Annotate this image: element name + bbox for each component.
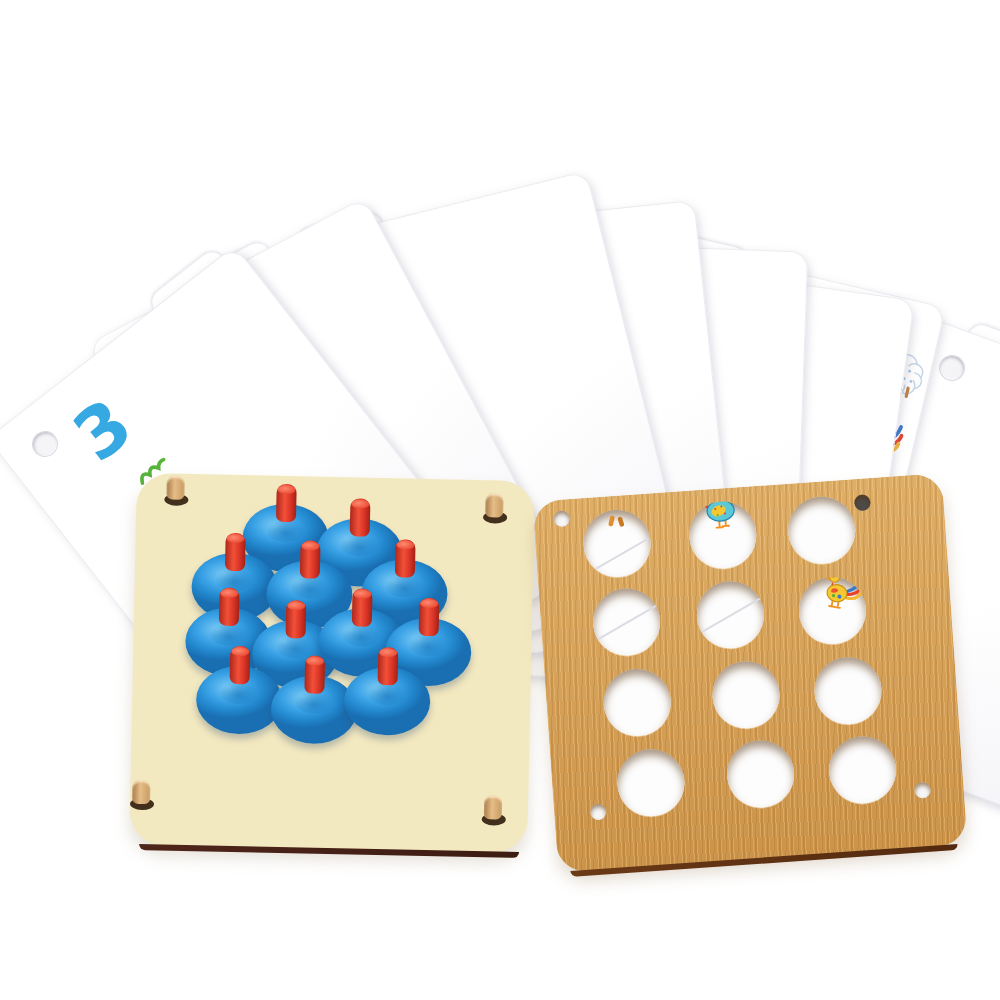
disc-red-knob xyxy=(395,539,416,577)
disc-red-knob xyxy=(286,600,307,638)
blue-peg-disc xyxy=(343,646,431,738)
board-hole-r4c3 xyxy=(826,734,898,806)
disc-red-knob xyxy=(230,646,251,684)
wooden-dowel-peg xyxy=(481,795,508,826)
board-corner-hole xyxy=(914,782,931,799)
disc-dimple xyxy=(209,623,247,646)
card-edge-through-hole xyxy=(592,604,657,643)
disc-dimple xyxy=(368,683,406,706)
disc-red-knob xyxy=(304,655,325,693)
wooden-dowel-peg xyxy=(129,780,156,811)
board-hole-r1c2 xyxy=(687,499,759,571)
red-speck-through-hole xyxy=(836,542,857,565)
board-hole-r2c2 xyxy=(694,579,766,651)
disc-red-knob xyxy=(219,588,240,626)
wooden-dowel-peg xyxy=(163,475,190,506)
dowel-stick xyxy=(166,476,184,500)
disc-red-knob xyxy=(350,498,371,536)
disc-dimple xyxy=(295,691,333,714)
board-hole-r1c1 xyxy=(581,507,653,579)
disc-red-knob xyxy=(419,598,440,636)
dowel-stick xyxy=(485,493,503,517)
product-photo-stage: 3 xyxy=(0,0,1000,1000)
board-hole-r2c1 xyxy=(590,586,662,658)
board-corner-hole xyxy=(590,803,607,820)
board-hole-r4c2 xyxy=(724,738,796,810)
card-edge-through-hole xyxy=(696,597,761,636)
board-hole-r4c1 xyxy=(615,746,687,818)
board-hole-r3c3 xyxy=(812,654,884,726)
disc-red-knob xyxy=(300,540,321,578)
board-corner-hole xyxy=(854,494,871,511)
board-hole-r2c3 xyxy=(796,574,868,646)
disc-red-knob xyxy=(352,588,373,626)
dowel-stick xyxy=(132,780,150,804)
hen-through-hole xyxy=(693,499,746,537)
dowel-stick xyxy=(484,795,502,819)
board-hole-r1c3 xyxy=(785,494,857,566)
board-corner-hole xyxy=(553,510,570,527)
disc-red-knob xyxy=(225,533,246,571)
board-hole-r3c1 xyxy=(601,666,673,738)
disc-red-knob xyxy=(276,484,297,522)
disc-dimple xyxy=(220,682,258,705)
rooster-through-hole xyxy=(811,574,867,618)
disc-dimple xyxy=(342,624,380,647)
board-hole-r3c2 xyxy=(710,659,782,731)
disc-red-knob xyxy=(378,647,399,685)
wooden-dowel-peg xyxy=(482,493,509,524)
peg-tray-board xyxy=(129,473,535,853)
memory-hole-board xyxy=(533,473,968,873)
